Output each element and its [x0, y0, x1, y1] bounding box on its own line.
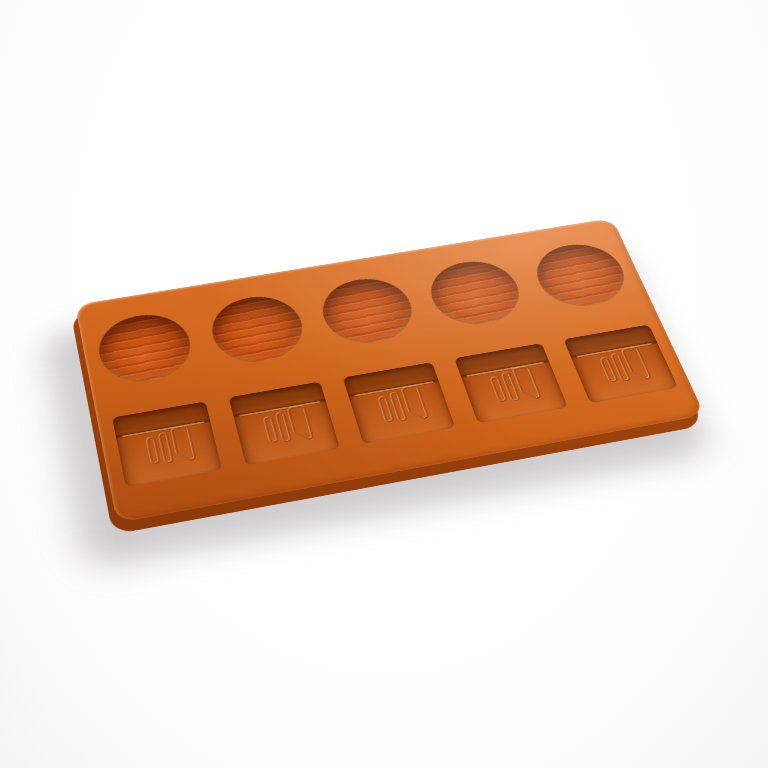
mold-tray	[75, 218, 705, 523]
bar-pattern-icon	[563, 325, 678, 404]
bar-pattern-icon	[228, 382, 339, 466]
round-cavity-row	[75, 218, 612, 305]
square-cavity-3	[342, 362, 454, 444]
round-cavity-3	[315, 273, 422, 349]
round-cavity-1	[93, 309, 197, 388]
round-cavity-5	[527, 239, 636, 312]
square-cavity-4	[454, 343, 568, 423]
square-cavity-1	[112, 402, 222, 488]
bar-pattern-icon	[454, 343, 568, 423]
bar-pattern-icon	[342, 362, 454, 444]
round-cavity-2	[205, 291, 310, 369]
round-cavity-4	[422, 256, 530, 331]
square-cavity-5	[563, 325, 678, 404]
product-scene	[0, 0, 768, 768]
square-cavity-2	[228, 382, 339, 466]
bar-pattern-icon	[112, 402, 222, 488]
